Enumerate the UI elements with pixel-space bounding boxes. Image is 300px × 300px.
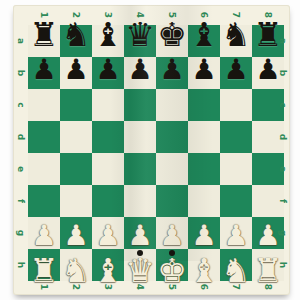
square[interactable]: ♟ — [92, 57, 124, 89]
file-label-right: e — [278, 164, 288, 174]
square[interactable] — [28, 89, 60, 121]
square[interactable]: ♟ — [188, 217, 220, 249]
square[interactable] — [28, 121, 60, 153]
square[interactable] — [156, 153, 188, 185]
square[interactable]: ♜ — [28, 249, 60, 281]
white-knight[interactable]: ♞ — [60, 255, 92, 287]
file-label-right: c — [278, 100, 288, 110]
square[interactable] — [220, 185, 252, 217]
board-mat: ♜♞♝♛♚♝♞♜♟♟♟♟♟♟♟♟♟♟♟♟♟♟♟♟♜♞♝♛♚♝♞♜ 1234567… — [13, 5, 290, 295]
white-pawn[interactable]: ♟ — [188, 220, 220, 252]
square[interactable] — [124, 153, 156, 185]
square[interactable] — [60, 153, 92, 185]
square[interactable]: ♟ — [124, 217, 156, 249]
square[interactable] — [60, 89, 92, 121]
white-knight[interactable]: ♞ — [220, 255, 252, 287]
square[interactable]: ♟ — [28, 217, 60, 249]
black-bishop[interactable]: ♝ — [188, 19, 220, 51]
black-pawn[interactable]: ♟ — [60, 54, 92, 86]
black-knight[interactable]: ♞ — [60, 19, 92, 51]
square[interactable] — [92, 121, 124, 153]
square[interactable]: ♚ — [156, 249, 188, 281]
square[interactable] — [92, 153, 124, 185]
square[interactable] — [156, 185, 188, 217]
square[interactable]: ♟ — [252, 217, 284, 249]
square[interactable]: ♟ — [220, 57, 252, 89]
square[interactable]: ♝ — [92, 249, 124, 281]
square[interactable] — [220, 153, 252, 185]
square[interactable] — [188, 153, 220, 185]
file-label-left: d — [16, 132, 26, 142]
square[interactable]: ♞ — [60, 249, 92, 281]
square[interactable] — [188, 89, 220, 121]
square[interactable]: ♟ — [124, 57, 156, 89]
white-queen[interactable]: ♛ — [124, 255, 156, 287]
black-pawn[interactable]: ♟ — [92, 54, 124, 86]
square[interactable]: ♟ — [156, 217, 188, 249]
square[interactable] — [124, 89, 156, 121]
square[interactable] — [188, 121, 220, 153]
square[interactable] — [220, 89, 252, 121]
white-bishop[interactable]: ♝ — [188, 255, 220, 287]
square[interactable]: ♞ — [220, 249, 252, 281]
square[interactable] — [156, 89, 188, 121]
square[interactable]: ♟ — [92, 217, 124, 249]
white-rook[interactable]: ♜ — [252, 255, 284, 287]
black-king[interactable]: ♚ — [156, 19, 188, 51]
square[interactable]: ♟ — [252, 57, 284, 89]
square[interactable] — [188, 185, 220, 217]
white-pawn[interactable]: ♟ — [92, 220, 124, 252]
white-pawn[interactable]: ♟ — [60, 220, 92, 252]
square[interactable]: ♟ — [188, 57, 220, 89]
white-king[interactable]: ♚ — [156, 255, 188, 287]
square[interactable]: ♜ — [252, 249, 284, 281]
square[interactable] — [92, 89, 124, 121]
square[interactable] — [156, 121, 188, 153]
white-king-top-dot — [169, 250, 175, 256]
black-queen[interactable]: ♛ — [124, 19, 156, 51]
square[interactable] — [220, 121, 252, 153]
file-label-left: c — [16, 100, 26, 110]
file-label-right: d — [278, 132, 288, 142]
black-pawn[interactable]: ♟ — [252, 54, 284, 86]
square[interactable] — [92, 185, 124, 217]
square[interactable] — [28, 153, 60, 185]
white-pawn[interactable]: ♟ — [28, 220, 60, 252]
black-knight[interactable]: ♞ — [220, 19, 252, 51]
black-pawn[interactable]: ♟ — [156, 54, 188, 86]
square[interactable] — [60, 121, 92, 153]
white-pawn[interactable]: ♟ — [220, 220, 252, 252]
file-label-left: e — [16, 164, 26, 174]
square[interactable] — [124, 121, 156, 153]
white-pawn[interactable]: ♟ — [124, 220, 156, 252]
white-bishop[interactable]: ♝ — [92, 255, 124, 287]
photo-background: ♜♞♝♛♚♝♞♜♟♟♟♟♟♟♟♟♟♟♟♟♟♟♟♟♜♞♝♛♚♝♞♜ 1234567… — [0, 0, 300, 300]
square[interactable] — [124, 185, 156, 217]
file-label-left: b — [16, 68, 26, 78]
chess-board[interactable]: ♜♞♝♛♚♝♞♜♟♟♟♟♟♟♟♟♟♟♟♟♟♟♟♟♜♞♝♛♚♝♞♜ — [28, 25, 284, 281]
file-label-left: h — [16, 260, 26, 270]
square[interactable] — [28, 185, 60, 217]
black-pawn[interactable]: ♟ — [220, 54, 252, 86]
square[interactable] — [60, 185, 92, 217]
square[interactable]: ♟ — [28, 57, 60, 89]
square[interactable]: ♟ — [156, 57, 188, 89]
square[interactable]: ♛ — [124, 249, 156, 281]
black-bishop[interactable]: ♝ — [92, 19, 124, 51]
black-rook[interactable]: ♜ — [28, 19, 60, 51]
white-pawn[interactable]: ♟ — [252, 220, 284, 252]
file-label-left: a — [16, 36, 26, 46]
white-rook[interactable]: ♜ — [28, 255, 60, 287]
square[interactable]: ♟ — [60, 57, 92, 89]
white-queen-top-dot — [137, 250, 143, 256]
square[interactable]: ♝ — [188, 249, 220, 281]
square[interactable]: ♟ — [220, 217, 252, 249]
black-pawn[interactable]: ♟ — [28, 54, 60, 86]
black-pawn[interactable]: ♟ — [124, 54, 156, 86]
file-label-left: f — [16, 196, 26, 206]
white-pawn[interactable]: ♟ — [156, 220, 188, 252]
file-label-right: f — [278, 196, 288, 206]
black-pawn[interactable]: ♟ — [188, 54, 220, 86]
square[interactable]: ♟ — [60, 217, 92, 249]
black-rook[interactable]: ♜ — [252, 19, 284, 51]
file-label-left: g — [16, 228, 26, 238]
